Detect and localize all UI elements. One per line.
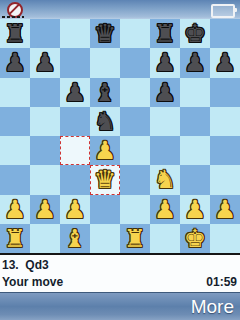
white-pawn-c2: ♟ (60, 195, 90, 224)
square-c1[interactable]: ♝ (60, 224, 90, 253)
square-h3[interactable] (210, 165, 240, 194)
white-pawn-b2: ♟ (30, 195, 60, 224)
square-h4[interactable] (210, 136, 240, 165)
square-c4[interactable] (60, 136, 90, 165)
white-pawn-g2: ♟ (180, 195, 210, 224)
square-g3[interactable] (180, 165, 210, 194)
chess-board: ♜♛♜♚♟♟♟♟♟♟♝♟♞♟♛♞♟♟♟♟♟♟♜♝♜♚ (0, 19, 240, 255)
square-g5[interactable] (180, 107, 210, 136)
square-b8[interactable] (30, 19, 60, 48)
square-f3[interactable]: ♞ (150, 165, 180, 194)
white-queen-d3: ♛ (90, 165, 120, 194)
black-pawn-h7: ♟ (210, 48, 240, 77)
square-c8[interactable] (60, 19, 90, 48)
square-d1[interactable] (90, 224, 120, 253)
battery-icon (211, 4, 235, 18)
square-c3[interactable] (60, 165, 90, 194)
square-h2[interactable]: ♟ (210, 195, 240, 224)
square-f1[interactable] (150, 224, 180, 253)
black-pawn-a7: ♟ (0, 48, 30, 77)
square-a2[interactable]: ♟ (0, 195, 30, 224)
white-pawn-a2: ♟ (0, 195, 30, 224)
black-rook-a8: ♜ (0, 19, 30, 48)
last-move-label: 13. Qd3 (0, 256, 240, 273)
square-b1[interactable] (30, 224, 60, 253)
square-a3[interactable] (0, 165, 30, 194)
square-h1[interactable] (210, 224, 240, 253)
square-d6[interactable]: ♝ (90, 78, 120, 107)
black-rook-f8: ♜ (150, 19, 180, 48)
square-a8[interactable]: ♜ (0, 19, 30, 48)
square-f8[interactable]: ♜ (150, 19, 180, 48)
square-b4[interactable] (30, 136, 60, 165)
square-g1[interactable]: ♚ (180, 224, 210, 253)
white-rook-e1: ♜ (120, 224, 150, 253)
square-e5[interactable] (120, 107, 150, 136)
square-d3[interactable]: ♛ (90, 165, 120, 194)
square-b7[interactable]: ♟ (30, 48, 60, 77)
square-c2[interactable]: ♟ (60, 195, 90, 224)
more-softkey-button[interactable]: More (191, 297, 240, 316)
square-d5[interactable]: ♞ (90, 107, 120, 136)
square-e7[interactable] (120, 48, 150, 77)
square-f4[interactable] (150, 136, 180, 165)
square-c5[interactable] (60, 107, 90, 136)
black-pawn-f6: ♟ (150, 78, 180, 107)
square-b3[interactable] (30, 165, 60, 194)
square-g7[interactable]: ♟ (180, 48, 210, 77)
square-b2[interactable]: ♟ (30, 195, 60, 224)
square-f5[interactable] (150, 107, 180, 136)
info-panel: 13. Qd3 Your move 01:59 (0, 255, 240, 292)
square-a6[interactable] (0, 78, 30, 107)
black-bishop-d6: ♝ (90, 78, 120, 107)
black-pawn-g7: ♟ (180, 48, 210, 77)
square-d8[interactable]: ♛ (90, 19, 120, 48)
square-a7[interactable]: ♟ (0, 48, 30, 77)
square-a4[interactable] (0, 136, 30, 165)
square-b5[interactable] (30, 107, 60, 136)
square-e3[interactable] (120, 165, 150, 194)
square-d2[interactable] (90, 195, 120, 224)
softkey-bar: More (0, 292, 240, 320)
white-knight-f3: ♞ (150, 165, 180, 194)
square-h7[interactable]: ♟ (210, 48, 240, 77)
white-bishop-c1: ♝ (60, 224, 90, 253)
square-e6[interactable] (120, 78, 150, 107)
square-g8[interactable]: ♚ (180, 19, 210, 48)
square-e8[interactable] (120, 19, 150, 48)
no-signal-underline (2, 16, 24, 18)
black-pawn-f7: ♟ (150, 48, 180, 77)
square-d4[interactable]: ♟ (90, 136, 120, 165)
square-e4[interactable] (120, 136, 150, 165)
black-pawn-c6: ♟ (60, 78, 90, 107)
square-a1[interactable]: ♜ (0, 224, 30, 253)
square-h8[interactable] (210, 19, 240, 48)
turn-status-text: Your move (2, 274, 63, 290)
square-g6[interactable] (180, 78, 210, 107)
square-g4[interactable] (180, 136, 210, 165)
black-queen-d8: ♛ (90, 19, 120, 48)
square-f7[interactable]: ♟ (150, 48, 180, 77)
square-b6[interactable] (30, 78, 60, 107)
clock-display: 01:59 (206, 274, 237, 290)
square-e2[interactable] (120, 195, 150, 224)
phone-screen: ♜♛♜♚♟♟♟♟♟♟♝♟♞♟♛♞♟♟♟♟♟♟♜♝♜♚ 13. Qd3 Your … (0, 0, 240, 320)
white-king-g1: ♚ (180, 224, 210, 253)
white-pawn-d4: ♟ (90, 136, 120, 165)
square-h6[interactable] (210, 78, 240, 107)
square-e1[interactable]: ♜ (120, 224, 150, 253)
square-f2[interactable]: ♟ (150, 195, 180, 224)
black-knight-d5: ♞ (90, 107, 120, 136)
black-king-g8: ♚ (180, 19, 210, 48)
square-f6[interactable]: ♟ (150, 78, 180, 107)
square-c6[interactable]: ♟ (60, 78, 90, 107)
black-pawn-b7: ♟ (30, 48, 60, 77)
white-pawn-h2: ♟ (210, 195, 240, 224)
square-h5[interactable] (210, 107, 240, 136)
status-bar (0, 0, 240, 19)
square-c7[interactable] (60, 48, 90, 77)
square-g2[interactable]: ♟ (180, 195, 210, 224)
square-a5[interactable] (0, 107, 30, 136)
white-pawn-f2: ♟ (150, 195, 180, 224)
square-d7[interactable] (90, 48, 120, 77)
white-rook-a1: ♜ (0, 224, 30, 253)
